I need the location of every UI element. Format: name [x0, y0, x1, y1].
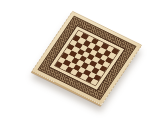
photo-background [0, 0, 166, 120]
chess-board [32, 11, 142, 105]
